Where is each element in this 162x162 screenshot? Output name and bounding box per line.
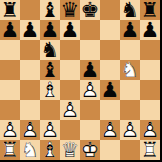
square-d4[interactable] xyxy=(60,80,80,100)
square-h1[interactable]: ♜♖ xyxy=(140,140,160,160)
piece-black-bishop[interactable]: ♝ xyxy=(40,60,60,80)
piece-black-pawn[interactable]: ♟ xyxy=(80,60,100,80)
square-c4[interactable]: ♝♗ xyxy=(40,80,60,100)
square-b3[interactable] xyxy=(20,100,40,120)
square-d1[interactable]: ♛♕ xyxy=(60,140,80,160)
square-h2[interactable]: ♟♙ xyxy=(140,120,160,140)
square-a6[interactable] xyxy=(0,40,20,60)
piece-black-bishop[interactable]: ♝ xyxy=(40,0,60,20)
piece-white-queen[interactable]: ♛♕ xyxy=(60,140,80,160)
square-f2[interactable]: ♟♙ xyxy=(100,120,120,140)
square-b7[interactable]: ♟ xyxy=(20,20,40,40)
square-d6[interactable] xyxy=(60,40,80,60)
square-c5[interactable]: ♝ xyxy=(40,60,60,80)
square-f7[interactable] xyxy=(100,20,120,40)
square-a5[interactable] xyxy=(0,60,20,80)
square-e6[interactable] xyxy=(80,40,100,60)
square-h3[interactable] xyxy=(140,100,160,120)
piece-white-knight[interactable]: ♞♘ xyxy=(120,60,140,80)
square-e2[interactable] xyxy=(80,120,100,140)
square-e8[interactable]: ♚ xyxy=(80,0,100,20)
piece-black-king[interactable]: ♚ xyxy=(80,0,100,20)
square-e7[interactable] xyxy=(80,20,100,40)
square-h8[interactable]: ♜ xyxy=(140,0,160,20)
square-g4[interactable] xyxy=(120,80,140,100)
square-e3[interactable] xyxy=(80,100,100,120)
piece-white-rook[interactable]: ♜♖ xyxy=(140,140,160,160)
square-g7[interactable]: ♟ xyxy=(120,20,140,40)
piece-black-rook[interactable]: ♜ xyxy=(140,0,160,20)
square-e4[interactable]: ♟♙ xyxy=(80,80,100,100)
square-c8[interactable]: ♝ xyxy=(40,0,60,20)
square-d7[interactable]: ♟ xyxy=(60,20,80,40)
piece-white-knight[interactable]: ♞♘ xyxy=(20,140,40,160)
piece-black-pawn[interactable]: ♟ xyxy=(100,80,120,100)
square-c6[interactable]: ♞ xyxy=(40,40,60,60)
piece-white-pawn[interactable]: ♟♙ xyxy=(120,120,140,140)
square-g2[interactable]: ♟♙ xyxy=(120,120,140,140)
square-a4[interactable] xyxy=(0,80,20,100)
square-f5[interactable] xyxy=(100,60,120,80)
piece-white-pawn[interactable]: ♟♙ xyxy=(140,120,160,140)
square-h5[interactable] xyxy=(140,60,160,80)
square-a2[interactable]: ♟♙ xyxy=(0,120,20,140)
piece-black-knight[interactable]: ♞ xyxy=(120,0,140,20)
piece-white-king[interactable]: ♚♔ xyxy=(80,140,100,160)
square-c1[interactable]: ♝♗ xyxy=(40,140,60,160)
piece-white-pawn[interactable]: ♟♙ xyxy=(20,120,40,140)
square-c3[interactable] xyxy=(40,100,60,120)
square-f3[interactable] xyxy=(100,100,120,120)
piece-white-pawn[interactable]: ♟♙ xyxy=(0,120,20,140)
square-b1[interactable]: ♞♘ xyxy=(20,140,40,160)
square-g6[interactable] xyxy=(120,40,140,60)
piece-white-bishop[interactable]: ♝♗ xyxy=(40,140,60,160)
square-g3[interactable] xyxy=(120,100,140,120)
piece-white-bishop[interactable]: ♝♗ xyxy=(40,80,60,100)
piece-black-pawn[interactable]: ♟ xyxy=(20,20,40,40)
square-g8[interactable]: ♞ xyxy=(120,0,140,20)
square-g5[interactable]: ♞♘ xyxy=(120,60,140,80)
square-d8[interactable]: ♛ xyxy=(60,0,80,20)
square-b8[interactable] xyxy=(20,0,40,20)
square-c7[interactable]: ♟ xyxy=(40,20,60,40)
square-g1[interactable] xyxy=(120,140,140,160)
square-c2[interactable]: ♟♙ xyxy=(40,120,60,140)
piece-white-pawn[interactable]: ♟♙ xyxy=(80,80,100,100)
square-a1[interactable]: ♜♖ xyxy=(0,140,20,160)
square-b2[interactable]: ♟♙ xyxy=(20,120,40,140)
square-e1[interactable]: ♚♔ xyxy=(80,140,100,160)
square-f6[interactable] xyxy=(100,40,120,60)
piece-black-pawn[interactable]: ♟ xyxy=(0,20,20,40)
square-a3[interactable] xyxy=(0,100,20,120)
square-h7[interactable]: ♟ xyxy=(140,20,160,40)
square-d5[interactable] xyxy=(60,60,80,80)
piece-white-rook[interactable]: ♜♖ xyxy=(0,140,20,160)
square-e5[interactable]: ♟ xyxy=(80,60,100,80)
square-a8[interactable]: ♜ xyxy=(0,0,20,20)
chess-board: ♜♝♛♚♞♜♟♟♟♟♟♟♞♝♟♞♘♝♗♟♙♟♟♙♟♙♟♙♟♙♟♙♟♙♟♙♜♖♞♘… xyxy=(0,0,162,162)
square-a7[interactable]: ♟ xyxy=(0,20,20,40)
square-f1[interactable] xyxy=(100,140,120,160)
piece-black-queen[interactable]: ♛ xyxy=(60,0,80,20)
piece-black-pawn[interactable]: ♟ xyxy=(60,20,80,40)
square-b6[interactable] xyxy=(20,40,40,60)
square-h6[interactable] xyxy=(140,40,160,60)
piece-black-pawn[interactable]: ♟ xyxy=(40,20,60,40)
piece-white-pawn[interactable]: ♟♙ xyxy=(60,100,80,120)
square-f8[interactable] xyxy=(100,0,120,20)
piece-black-knight[interactable]: ♞ xyxy=(40,40,60,60)
piece-white-pawn[interactable]: ♟♙ xyxy=(100,120,120,140)
square-b4[interactable] xyxy=(20,80,40,100)
square-b5[interactable] xyxy=(20,60,40,80)
piece-white-pawn[interactable]: ♟♙ xyxy=(40,120,60,140)
piece-black-rook[interactable]: ♜ xyxy=(0,0,20,20)
square-d3[interactable]: ♟♙ xyxy=(60,100,80,120)
square-d2[interactable] xyxy=(60,120,80,140)
piece-black-pawn[interactable]: ♟ xyxy=(120,20,140,40)
square-h4[interactable] xyxy=(140,80,160,100)
piece-black-pawn[interactable]: ♟ xyxy=(140,20,160,40)
square-f4[interactable]: ♟ xyxy=(100,80,120,100)
